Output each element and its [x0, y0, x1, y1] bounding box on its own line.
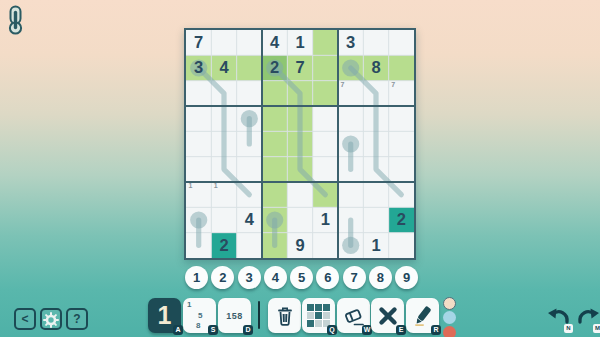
help-button[interactable]: ?: [66, 308, 88, 330]
shortcut-badge: N: [564, 324, 573, 333]
cell-content-r7c3: [237, 182, 262, 207]
corner-demo-5: 5: [198, 311, 202, 320]
help-icon: ?: [73, 312, 80, 326]
gear-icon: [43, 312, 59, 326]
sudoku-board[interactable]: 7413342787711412291: [184, 28, 416, 260]
shortcut-badge: R: [431, 325, 441, 335]
shortcut-badge: S: [208, 325, 218, 335]
cell-content-r7c5: [287, 182, 312, 207]
digit-button-7[interactable]: 7: [343, 266, 366, 289]
cell-content-r6c6: [313, 157, 338, 182]
digit-button-6[interactable]: 6: [316, 266, 339, 289]
cell-content-r2c1: 3: [186, 55, 211, 80]
shortcut-badge: M: [593, 324, 600, 333]
cell-content-r5c8: [363, 131, 388, 156]
thermo-sudoku-app: 7413342787711412291 123456789 1 A 1 5 8 …: [0, 0, 600, 337]
cell-content-r8c3: 4: [237, 207, 262, 232]
cell-content-r8c6: 1: [313, 207, 338, 232]
cell-content-r1c3: [237, 30, 262, 55]
cell-content-r3c5: [287, 81, 312, 106]
cell-content-r9c9: [389, 233, 414, 258]
cell-content-r2c4: 2: [262, 55, 287, 80]
cell-content-r4c8: [363, 106, 388, 131]
cell-content-r7c1: 1: [186, 182, 211, 207]
cell-content-r7c9: [389, 182, 414, 207]
cell-content-r9c8: 1: [363, 233, 388, 258]
cell-content-r6c3: [237, 157, 262, 182]
shortcut-badge: Q: [327, 325, 337, 335]
cell-content-r4c9: [389, 106, 414, 131]
number-pad: 123456789: [185, 266, 418, 289]
cell-content-r7c2: 1: [211, 182, 236, 207]
cell-content-r4c1: [186, 106, 211, 131]
cell-content-r7c7: [338, 182, 363, 207]
cell-content-r8c8: [363, 207, 388, 232]
cell-content-r5c9: [389, 131, 414, 156]
cell-content-r4c6: [313, 106, 338, 131]
cell-content-r6c1: [186, 157, 211, 182]
trash-button[interactable]: [268, 298, 301, 333]
pencil-button[interactable]: R: [406, 298, 439, 333]
back-button[interactable]: <: [14, 308, 36, 330]
digit-button-2[interactable]: 2: [211, 266, 234, 289]
cell-content-r5c5: [287, 131, 312, 156]
cell-content-r7c4: [262, 182, 287, 207]
undo-button[interactable]: N: [546, 306, 572, 330]
cell-content-r5c3: [237, 131, 262, 156]
cell-content-r3c8: [363, 81, 388, 106]
thermometer-icon: [7, 5, 24, 35]
cell-content-r5c2: [211, 131, 236, 156]
cell-content-r6c9: [389, 157, 414, 182]
cell-content-r2c3: [237, 55, 262, 80]
cell-content-r9c6: [313, 233, 338, 258]
cell-content-r9c5: 9: [287, 233, 312, 258]
cell-content-r6c5: [287, 157, 312, 182]
shortcut-badge: A: [173, 325, 183, 335]
cell-content-r1c7: 3: [338, 30, 363, 55]
cell-content-r1c4: 4: [262, 30, 287, 55]
cell-content-r6c8: [363, 157, 388, 182]
cell-content-r6c2: [211, 157, 236, 182]
clear-button[interactable]: E: [371, 298, 404, 333]
cell-content-r2c9: [389, 55, 414, 80]
mode-tile-corner-marks[interactable]: 1 5 8 S: [183, 298, 216, 333]
cell-content-r8c7: [338, 207, 363, 232]
cell-content-r2c8: 8: [363, 55, 388, 80]
toolbar-divider: [258, 301, 260, 329]
cell-content-r4c2: [211, 106, 236, 131]
cell-content-r3c1: [186, 81, 211, 106]
palette-dot-peach[interactable]: [443, 297, 456, 310]
trash-icon: [268, 298, 301, 333]
corner-demo-1: 1: [187, 300, 191, 309]
cell-content-r1c2: [211, 30, 236, 55]
cell-content-r2c6: [313, 55, 338, 80]
cell-content-r7c8: [363, 182, 388, 207]
cell-content-r4c3: [237, 106, 262, 131]
cell-content-r1c6: [313, 30, 338, 55]
cell-content-r2c5: 7: [287, 55, 312, 80]
cell-content-r3c6: [313, 81, 338, 106]
digit-button-4[interactable]: 4: [264, 266, 287, 289]
mode-tile-digit[interactable]: 1 A: [148, 298, 181, 333]
digit-button-5[interactable]: 5: [290, 266, 313, 289]
cell-content-r9c2: 2: [211, 233, 236, 258]
cell-content-r5c1: [186, 131, 211, 156]
cell-content-r6c7: [338, 157, 363, 182]
cell-content-r3c7: 7: [338, 81, 363, 106]
cell-content-r5c4: [262, 131, 287, 156]
color-tool-button[interactable]: Q: [302, 298, 335, 333]
cell-content-r1c8: [363, 30, 388, 55]
cell-content-r6c4: [262, 157, 287, 182]
cell-content-r1c9: [389, 30, 414, 55]
cell-content-r1c5: 1: [287, 30, 312, 55]
cell-content-r3c4: [262, 81, 287, 106]
cell-content-r4c4: [262, 106, 287, 131]
digit-button-8[interactable]: 8: [369, 266, 392, 289]
digit-button-3[interactable]: 3: [238, 266, 261, 289]
back-icon: <: [21, 312, 28, 326]
cell-content-r3c9: 7: [389, 81, 414, 106]
cell-content-r8c9: 2: [389, 207, 414, 232]
cell-content-r2c2: 4: [211, 55, 236, 80]
cell-content-r5c7: [338, 131, 363, 156]
cell-content-r9c1: [186, 233, 211, 258]
shortcut-badge: D: [243, 325, 253, 335]
cell-content-r4c5: [287, 106, 312, 131]
eraser-button[interactable]: W: [337, 298, 370, 333]
cell-content-r4c7: [338, 106, 363, 131]
cell-content-r8c4: [262, 207, 287, 232]
cell-content-r8c5: [287, 207, 312, 232]
cell-content-r9c4: [262, 233, 287, 258]
cell-content-r8c1: [186, 207, 211, 232]
board-digit-layer: 7413342787711412291: [186, 30, 414, 258]
mode-tile-center-marks[interactable]: 158 D: [218, 298, 251, 333]
cell-content-r5c6: [313, 131, 338, 156]
palette-dot-red[interactable]: [443, 326, 456, 337]
settings-button[interactable]: [40, 308, 62, 330]
corner-demo-8: 8: [196, 321, 200, 330]
cell-content-r7c6: [313, 182, 338, 207]
cell-content-r8c2: [211, 207, 236, 232]
palette-dot-blue[interactable]: [443, 311, 456, 324]
cell-content-r1c1: 7: [186, 30, 211, 55]
cell-content-r2c7: [338, 55, 363, 80]
cell-content-r3c2: [211, 81, 236, 106]
cell-content-r9c7: [338, 233, 363, 258]
cell-content-r9c3: [237, 233, 262, 258]
digit-button-1[interactable]: 1: [185, 266, 208, 289]
shortcut-badge: E: [396, 325, 406, 335]
digit-button-9[interactable]: 9: [395, 266, 418, 289]
redo-button[interactable]: M: [575, 306, 600, 330]
cell-content-r3c3: [237, 81, 262, 106]
